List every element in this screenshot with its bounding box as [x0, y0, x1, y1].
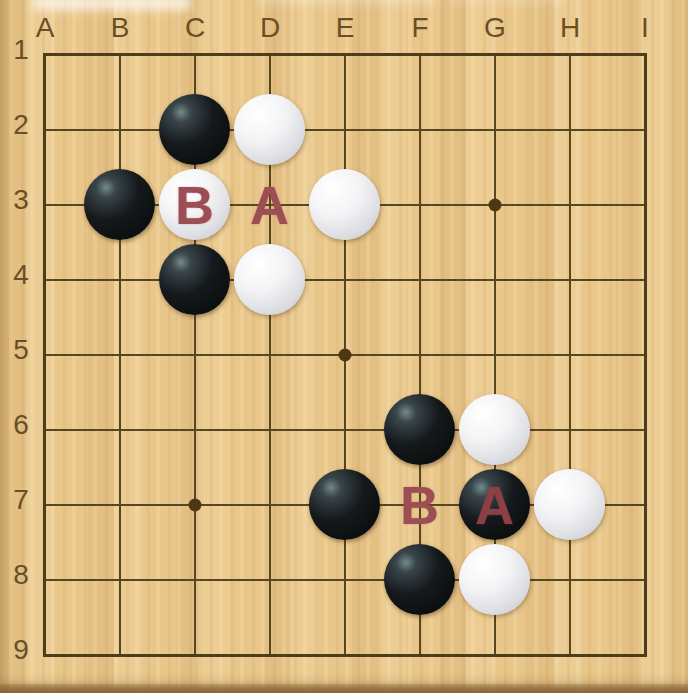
- stone-black-C4: [159, 244, 230, 315]
- intersection-I5[interactable]: [607, 317, 682, 392]
- intersection-D7[interactable]: [232, 467, 307, 542]
- intersection-G5[interactable]: [457, 317, 532, 392]
- intersection-G4[interactable]: [457, 242, 532, 317]
- intersection-D5[interactable]: [232, 317, 307, 392]
- go-board[interactable]: ABCDEFGHI 123456789 BABA: [0, 0, 688, 693]
- intersection-H8[interactable]: [532, 542, 607, 617]
- intersection-D4[interactable]: [232, 242, 307, 317]
- intersection-F3[interactable]: [382, 167, 457, 242]
- intersection-C2[interactable]: [157, 92, 232, 167]
- intersection-G1[interactable]: [457, 17, 532, 92]
- intersection-C3[interactable]: B: [157, 167, 232, 242]
- stone-white-H7: [534, 469, 605, 540]
- intersection-I8[interactable]: [607, 542, 682, 617]
- intersection-G8[interactable]: [457, 542, 532, 617]
- intersection-F8[interactable]: [382, 542, 457, 617]
- intersection-D3[interactable]: A: [232, 167, 307, 242]
- intersection-E5[interactable]: [307, 317, 382, 392]
- intersection-G7[interactable]: A: [457, 467, 532, 542]
- intersection-E9[interactable]: [307, 617, 382, 692]
- intersection-E2[interactable]: [307, 92, 382, 167]
- intersection-B1[interactable]: [82, 17, 157, 92]
- intersection-A7[interactable]: [7, 467, 82, 542]
- intersection-B6[interactable]: [82, 392, 157, 467]
- stone-white-D2: [234, 94, 305, 165]
- intersection-I3[interactable]: [607, 167, 682, 242]
- intersection-D8[interactable]: [232, 542, 307, 617]
- intersection-A2[interactable]: [7, 92, 82, 167]
- intersection-E7[interactable]: [307, 467, 382, 542]
- intersection-I1[interactable]: [607, 17, 682, 92]
- intersection-F2[interactable]: [382, 92, 457, 167]
- move-option-label-A-G7: A: [475, 478, 514, 532]
- intersection-C4[interactable]: [157, 242, 232, 317]
- intersection-H5[interactable]: [532, 317, 607, 392]
- move-option-label-A-D3: A: [250, 178, 289, 232]
- intersection-H7[interactable]: [532, 467, 607, 542]
- intersection-B4[interactable]: [82, 242, 157, 317]
- intersection-I9[interactable]: [607, 617, 682, 692]
- intersection-H6[interactable]: [532, 392, 607, 467]
- intersection-A6[interactable]: [7, 392, 82, 467]
- intersection-E6[interactable]: [307, 392, 382, 467]
- intersection-I7[interactable]: [607, 467, 682, 542]
- stone-black-F6: [384, 394, 455, 465]
- intersection-F1[interactable]: [382, 17, 457, 92]
- intersection-B5[interactable]: [82, 317, 157, 392]
- intersection-E8[interactable]: [307, 542, 382, 617]
- intersection-B3[interactable]: [82, 167, 157, 242]
- intersection-C5[interactable]: [157, 317, 232, 392]
- stones-layer: BABA: [7, 17, 682, 692]
- intersection-I2[interactable]: [607, 92, 682, 167]
- intersection-A9[interactable]: [7, 617, 82, 692]
- stone-black-E7: [309, 469, 380, 540]
- stone-white-D4: [234, 244, 305, 315]
- intersection-B7[interactable]: [82, 467, 157, 542]
- move-option-label-B-C3: B: [175, 178, 214, 232]
- intersection-E3[interactable]: [307, 167, 382, 242]
- intersection-D6[interactable]: [232, 392, 307, 467]
- intersection-C8[interactable]: [157, 542, 232, 617]
- intersection-G9[interactable]: [457, 617, 532, 692]
- intersection-D1[interactable]: [232, 17, 307, 92]
- intersection-A4[interactable]: [7, 242, 82, 317]
- intersection-C1[interactable]: [157, 17, 232, 92]
- board-bottom-edge: [0, 684, 688, 693]
- intersection-A3[interactable]: [7, 167, 82, 242]
- intersection-C7[interactable]: [157, 467, 232, 542]
- intersection-D2[interactable]: [232, 92, 307, 167]
- stone-black-G7: A: [459, 469, 530, 540]
- intersection-G2[interactable]: [457, 92, 532, 167]
- intersection-B8[interactable]: [82, 542, 157, 617]
- stone-white-C3: B: [159, 169, 230, 240]
- intersection-G3[interactable]: [457, 167, 532, 242]
- intersection-B9[interactable]: [82, 617, 157, 692]
- intersection-F7[interactable]: B: [382, 467, 457, 542]
- intersection-F6[interactable]: [382, 392, 457, 467]
- intersection-E4[interactable]: [307, 242, 382, 317]
- intersection-H2[interactable]: [532, 92, 607, 167]
- stone-white-E3: [309, 169, 380, 240]
- stone-black-C2: [159, 94, 230, 165]
- intersection-C6[interactable]: [157, 392, 232, 467]
- stone-black-F8: [384, 544, 455, 615]
- intersection-H3[interactable]: [532, 167, 607, 242]
- intersection-A5[interactable]: [7, 317, 82, 392]
- intersection-F5[interactable]: [382, 317, 457, 392]
- intersection-H1[interactable]: [532, 17, 607, 92]
- stone-white-G8: [459, 544, 530, 615]
- intersection-H4[interactable]: [532, 242, 607, 317]
- intersection-F4[interactable]: [382, 242, 457, 317]
- intersection-G6[interactable]: [457, 392, 532, 467]
- intersection-F9[interactable]: [382, 617, 457, 692]
- top-edge-glare: [258, 0, 438, 4]
- intersection-D9[interactable]: [232, 617, 307, 692]
- intersection-E1[interactable]: [307, 17, 382, 92]
- top-edge-glare: [448, 0, 568, 3]
- intersection-C9[interactable]: [157, 617, 232, 692]
- top-edge-glare: [32, 0, 192, 10]
- stone-white-G6: [459, 394, 530, 465]
- intersection-I4[interactable]: [607, 242, 682, 317]
- intersection-A8[interactable]: [7, 542, 82, 617]
- stone-black-B3: [84, 169, 155, 240]
- intersection-H9[interactable]: [532, 617, 607, 692]
- intersection-A1[interactable]: [7, 17, 82, 92]
- intersection-I6[interactable]: [607, 392, 682, 467]
- intersection-B2[interactable]: [82, 92, 157, 167]
- move-option-label-B-F7: B: [400, 478, 439, 532]
